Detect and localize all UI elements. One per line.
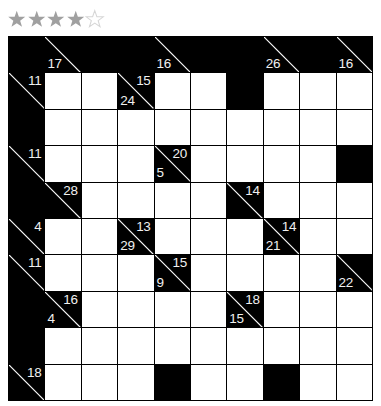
across-clue: 28 bbox=[63, 184, 77, 198]
clue-cell: 4 bbox=[9, 219, 44, 254]
across-clue: 18 bbox=[245, 293, 259, 307]
empty-cell[interactable] bbox=[155, 183, 190, 218]
empty-cell[interactable] bbox=[191, 183, 226, 218]
black-cell bbox=[118, 37, 153, 72]
empty-cell[interactable] bbox=[300, 146, 335, 181]
clue-cell: 11 bbox=[9, 255, 44, 290]
across-clue: 18 bbox=[27, 366, 41, 380]
empty-cell[interactable] bbox=[155, 219, 190, 254]
empty-cell[interactable] bbox=[191, 292, 226, 327]
empty-cell[interactable] bbox=[300, 365, 335, 400]
empty-cell[interactable] bbox=[227, 255, 262, 290]
down-clue: 16 bbox=[339, 57, 353, 71]
empty-cell[interactable] bbox=[300, 255, 335, 290]
difficulty-rating bbox=[7, 9, 105, 29]
star-filled-icon bbox=[46, 9, 66, 29]
down-clue: 16 bbox=[157, 57, 171, 71]
empty-cell[interactable] bbox=[118, 365, 153, 400]
empty-cell[interactable] bbox=[191, 146, 226, 181]
clue-cell: 1329 bbox=[118, 219, 153, 254]
empty-cell[interactable] bbox=[191, 328, 226, 363]
empty-cell[interactable] bbox=[118, 110, 153, 145]
empty-cell[interactable] bbox=[191, 219, 226, 254]
empty-cell[interactable] bbox=[118, 328, 153, 363]
empty-cell[interactable] bbox=[227, 110, 262, 145]
empty-cell[interactable] bbox=[82, 292, 117, 327]
across-clue: 14 bbox=[282, 220, 296, 234]
empty-cell[interactable] bbox=[82, 110, 117, 145]
down-clue: 29 bbox=[120, 239, 134, 253]
down-clue: 5 bbox=[157, 166, 164, 180]
clue-cell: 11 bbox=[9, 146, 44, 181]
black-cell bbox=[82, 37, 117, 72]
empty-cell[interactable] bbox=[155, 292, 190, 327]
star-filled-icon bbox=[66, 9, 86, 29]
empty-cell[interactable] bbox=[118, 292, 153, 327]
across-clue: 4 bbox=[34, 220, 41, 234]
empty-cell[interactable] bbox=[45, 146, 80, 181]
empty-cell[interactable] bbox=[82, 328, 117, 363]
empty-cell[interactable] bbox=[82, 183, 117, 218]
empty-cell[interactable] bbox=[118, 255, 153, 290]
empty-cell[interactable] bbox=[82, 255, 117, 290]
across-clue: 16 bbox=[63, 293, 77, 307]
across-clue: 15 bbox=[173, 256, 187, 270]
clue-cell: 14 bbox=[227, 183, 262, 218]
black-cell bbox=[191, 37, 226, 72]
star-filled-icon bbox=[27, 9, 47, 29]
clue-cell: 205 bbox=[155, 146, 190, 181]
black-cell bbox=[9, 292, 44, 327]
across-clue: 13 bbox=[136, 220, 150, 234]
empty-cell[interactable] bbox=[264, 110, 299, 145]
empty-cell[interactable] bbox=[191, 110, 226, 145]
empty-cell[interactable] bbox=[45, 110, 80, 145]
empty-cell[interactable] bbox=[45, 365, 80, 400]
black-cell bbox=[264, 365, 299, 400]
clue-cell: 26 bbox=[264, 37, 299, 72]
down-clue: 9 bbox=[157, 276, 164, 290]
empty-cell[interactable] bbox=[82, 73, 117, 108]
empty-cell[interactable] bbox=[300, 292, 335, 327]
empty-cell[interactable] bbox=[227, 219, 262, 254]
empty-cell[interactable] bbox=[227, 328, 262, 363]
clue-cell: 22 bbox=[337, 255, 372, 290]
kakuro-board: 1716261611152411205281441329142111159221… bbox=[8, 36, 373, 401]
black-cell bbox=[337, 146, 372, 181]
down-clue: 21 bbox=[266, 239, 280, 253]
across-clue: 20 bbox=[173, 147, 187, 161]
empty-cell[interactable] bbox=[300, 328, 335, 363]
clue-cell: 1815 bbox=[227, 292, 262, 327]
down-clue: 22 bbox=[339, 276, 353, 290]
empty-cell[interactable] bbox=[227, 146, 262, 181]
down-clue: 15 bbox=[229, 312, 243, 326]
down-clue: 17 bbox=[47, 57, 61, 71]
empty-cell[interactable] bbox=[82, 365, 117, 400]
black-cell bbox=[155, 365, 190, 400]
black-cell bbox=[9, 328, 44, 363]
black-cell bbox=[9, 183, 44, 218]
empty-cell[interactable] bbox=[300, 219, 335, 254]
black-cell bbox=[227, 73, 262, 108]
black-cell bbox=[9, 37, 44, 72]
across-clue: 14 bbox=[245, 184, 259, 198]
empty-cell[interactable] bbox=[191, 365, 226, 400]
clue-cell: 159 bbox=[155, 255, 190, 290]
empty-cell[interactable] bbox=[264, 255, 299, 290]
black-cell bbox=[300, 37, 335, 72]
across-clue: 11 bbox=[28, 74, 41, 88]
empty-cell[interactable] bbox=[227, 365, 262, 400]
empty-cell[interactable] bbox=[118, 183, 153, 218]
star-filled-icon bbox=[7, 9, 27, 29]
down-clue: 24 bbox=[120, 94, 134, 108]
empty-cell[interactable] bbox=[264, 73, 299, 108]
empty-cell[interactable] bbox=[45, 328, 80, 363]
empty-cell[interactable] bbox=[337, 183, 372, 218]
empty-cell[interactable] bbox=[82, 219, 117, 254]
empty-cell[interactable] bbox=[45, 219, 80, 254]
across-clue: 11 bbox=[28, 147, 41, 161]
empty-cell[interactable] bbox=[155, 328, 190, 363]
empty-cell[interactable] bbox=[155, 73, 190, 108]
empty-cell[interactable] bbox=[264, 183, 299, 218]
empty-cell[interactable] bbox=[300, 73, 335, 108]
empty-cell[interactable] bbox=[337, 365, 372, 400]
empty-cell[interactable] bbox=[264, 292, 299, 327]
clue-cell: 1421 bbox=[264, 219, 299, 254]
empty-cell[interactable] bbox=[337, 328, 372, 363]
clue-cell: 18 bbox=[9, 365, 44, 400]
clue-cell: 164 bbox=[45, 292, 80, 327]
empty-cell[interactable] bbox=[337, 292, 372, 327]
clue-cell: 11 bbox=[9, 73, 44, 108]
empty-cell[interactable] bbox=[45, 255, 80, 290]
down-clue: 26 bbox=[266, 57, 280, 71]
empty-cell[interactable] bbox=[191, 73, 226, 108]
clue-cell: 28 bbox=[45, 183, 80, 218]
black-cell bbox=[227, 37, 262, 72]
star-empty-icon bbox=[85, 9, 105, 29]
empty-cell[interactable] bbox=[337, 73, 372, 108]
clue-cell: 1524 bbox=[118, 73, 153, 108]
across-clue: 11 bbox=[28, 256, 41, 270]
empty-cell[interactable] bbox=[337, 110, 372, 145]
clue-cell: 16 bbox=[155, 37, 190, 72]
down-clue: 4 bbox=[47, 312, 54, 326]
empty-cell[interactable] bbox=[118, 146, 153, 181]
empty-cell[interactable] bbox=[45, 73, 80, 108]
empty-cell[interactable] bbox=[300, 110, 335, 145]
empty-cell[interactable] bbox=[264, 328, 299, 363]
empty-cell[interactable] bbox=[82, 146, 117, 181]
across-clue: 15 bbox=[136, 74, 150, 88]
empty-cell[interactable] bbox=[264, 146, 299, 181]
clue-cell: 16 bbox=[337, 37, 372, 72]
black-cell bbox=[9, 110, 44, 145]
empty-cell[interactable] bbox=[155, 110, 190, 145]
clue-cell: 17 bbox=[45, 37, 80, 72]
empty-cell[interactable] bbox=[300, 183, 335, 218]
empty-cell[interactable] bbox=[337, 219, 372, 254]
empty-cell[interactable] bbox=[191, 255, 226, 290]
